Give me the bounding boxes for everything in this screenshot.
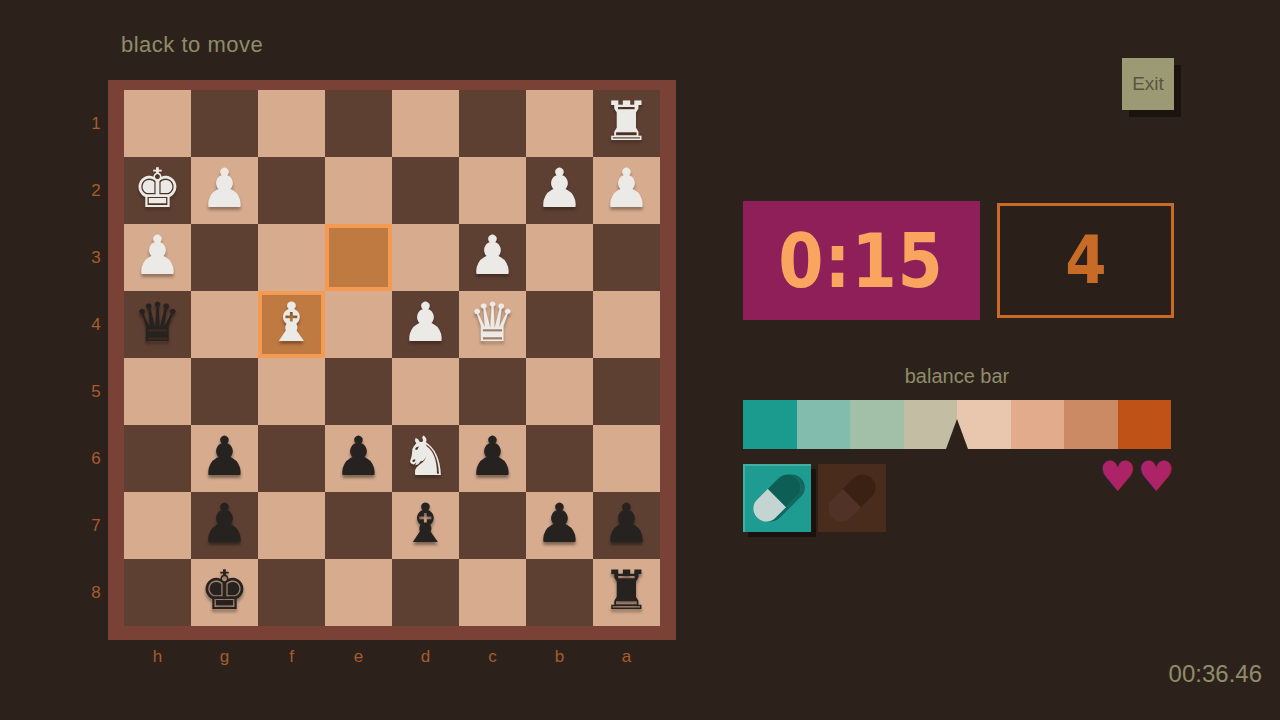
square-e2[interactable] [325, 157, 392, 224]
black-pawn-a7: ♟ [593, 492, 660, 559]
balance-segment-6 [1011, 400, 1065, 449]
square-d3[interactable] [392, 224, 459, 291]
lives-hearts: ♥♥ [1096, 452, 1176, 501]
square-a2[interactable]: ♟ [593, 157, 660, 224]
white-knight-d6: ♞ [392, 425, 459, 492]
move-timer-value: 0:15 [779, 218, 944, 304]
square-f4[interactable]: ♝ [258, 291, 325, 358]
balance-segment-8 [1118, 400, 1172, 449]
pill-powerup-inactive[interactable] [818, 464, 886, 532]
square-f3[interactable] [258, 224, 325, 291]
game-screen: black to move Exit ♜♚♟♟♟♟♟♛♝♟♛♟♟♞♟♟♝♟♟♚♜… [0, 0, 1280, 720]
square-a7[interactable]: ♟ [593, 492, 660, 559]
square-h4[interactable]: ♛ [124, 291, 191, 358]
pill-icon [823, 469, 881, 527]
square-d7[interactable]: ♝ [392, 492, 459, 559]
square-c8[interactable] [459, 559, 526, 626]
square-e7[interactable] [325, 492, 392, 559]
square-d6[interactable]: ♞ [392, 425, 459, 492]
file-label-c: c [459, 645, 526, 669]
file-label-a: a [593, 645, 660, 669]
white-pawn-c3: ♟ [459, 224, 526, 291]
square-c5[interactable] [459, 358, 526, 425]
square-h5[interactable] [124, 358, 191, 425]
white-pawn-a2: ♟ [593, 157, 660, 224]
square-a8[interactable]: ♜ [593, 559, 660, 626]
square-f6[interactable] [258, 425, 325, 492]
square-h6[interactable] [124, 425, 191, 492]
white-rook-a1: ♜ [593, 90, 660, 157]
square-c4[interactable]: ♛ [459, 291, 526, 358]
file-label-f: f [258, 645, 325, 669]
square-g5[interactable] [191, 358, 258, 425]
square-d4[interactable]: ♟ [392, 291, 459, 358]
file-label-d: d [392, 645, 459, 669]
square-h7[interactable] [124, 492, 191, 559]
rank-label-5: 5 [84, 358, 108, 425]
square-e1[interactable] [325, 90, 392, 157]
balance-segment-2 [797, 400, 851, 449]
file-label-h: h [124, 645, 191, 669]
square-g1[interactable] [191, 90, 258, 157]
square-h1[interactable] [124, 90, 191, 157]
black-pawn-c6: ♟ [459, 425, 526, 492]
balance-segment-1 [743, 400, 797, 449]
square-f1[interactable] [258, 90, 325, 157]
rank-label-1: 1 [84, 90, 108, 157]
file-label-b: b [526, 645, 593, 669]
square-f7[interactable] [258, 492, 325, 559]
square-a6[interactable] [593, 425, 660, 492]
square-e8[interactable] [325, 559, 392, 626]
square-b2[interactable]: ♟ [526, 157, 593, 224]
square-d8[interactable] [392, 559, 459, 626]
move-timer: 0:15 [743, 201, 980, 320]
balance-bar-label: balance bar [743, 365, 1171, 388]
square-d2[interactable] [392, 157, 459, 224]
black-pawn-b7: ♟ [526, 492, 593, 559]
square-g3[interactable] [191, 224, 258, 291]
square-c2[interactable] [459, 157, 526, 224]
square-f8[interactable] [258, 559, 325, 626]
black-pawn-g7: ♟ [191, 492, 258, 559]
square-b1[interactable] [526, 90, 593, 157]
square-d5[interactable] [392, 358, 459, 425]
white-bishop-f4: ♝ [258, 291, 325, 358]
counter-value: 4 [1065, 222, 1106, 299]
square-a4[interactable] [593, 291, 660, 358]
square-f5[interactable] [258, 358, 325, 425]
exit-button[interactable]: Exit [1122, 58, 1174, 110]
square-c3[interactable]: ♟ [459, 224, 526, 291]
balance-segment-7 [1064, 400, 1118, 449]
square-b5[interactable] [526, 358, 593, 425]
square-e5[interactable] [325, 358, 392, 425]
square-a1[interactable]: ♜ [593, 90, 660, 157]
white-pawn-d4: ♟ [392, 291, 459, 358]
square-a5[interactable] [593, 358, 660, 425]
square-a3[interactable] [593, 224, 660, 291]
square-e3[interactable] [325, 224, 392, 291]
rank-label-3: 3 [84, 224, 108, 291]
file-label-e: e [325, 645, 392, 669]
black-queen-h4: ♛ [124, 291, 191, 358]
balance-segment-3 [850, 400, 904, 449]
white-king-h2: ♚ [124, 157, 191, 224]
chess-board-frame: ♜♚♟♟♟♟♟♛♝♟♛♟♟♞♟♟♝♟♟♚♜ [108, 80, 676, 640]
chess-board: ♜♚♟♟♟♟♟♛♝♟♛♟♟♞♟♟♝♟♟♚♜ [124, 90, 660, 626]
rank-label-4: 4 [84, 291, 108, 358]
square-b8[interactable] [526, 559, 593, 626]
white-pawn-h3: ♟ [124, 224, 191, 291]
white-pawn-b2: ♟ [526, 157, 593, 224]
rank-label-2: 2 [84, 157, 108, 224]
black-pawn-g6: ♟ [191, 425, 258, 492]
rank-labels: 12345678 [84, 90, 108, 626]
square-h2[interactable]: ♚ [124, 157, 191, 224]
black-rook-a8: ♜ [593, 559, 660, 626]
turn-indicator: black to move [121, 32, 263, 58]
square-b3[interactable] [526, 224, 593, 291]
rank-label-7: 7 [84, 492, 108, 559]
square-g8[interactable]: ♚ [191, 559, 258, 626]
game-clock: 00:36.46 [1040, 660, 1262, 688]
square-h3[interactable]: ♟ [124, 224, 191, 291]
square-b7[interactable]: ♟ [526, 492, 593, 559]
balance-bar [743, 400, 1171, 449]
square-c1[interactable] [459, 90, 526, 157]
square-g7[interactable]: ♟ [191, 492, 258, 559]
square-c6[interactable]: ♟ [459, 425, 526, 492]
pill-powerup-active[interactable] [743, 464, 811, 532]
black-bishop-d7: ♝ [392, 492, 459, 559]
white-queen-c4: ♛ [459, 291, 526, 358]
square-h8[interactable] [124, 559, 191, 626]
rank-label-6: 6 [84, 425, 108, 492]
square-b6[interactable] [526, 425, 593, 492]
square-c7[interactable] [459, 492, 526, 559]
black-king-g8: ♚ [191, 559, 258, 626]
square-g4[interactable] [191, 291, 258, 358]
file-labels: hgfedcba [124, 645, 660, 669]
white-pawn-g2: ♟ [191, 157, 258, 224]
balance-marker-triangle [946, 419, 968, 449]
rank-label-8: 8 [84, 559, 108, 626]
square-g2[interactable]: ♟ [191, 157, 258, 224]
square-d1[interactable] [392, 90, 459, 157]
black-pawn-e6: ♟ [325, 425, 392, 492]
square-g6[interactable]: ♟ [191, 425, 258, 492]
square-b4[interactable] [526, 291, 593, 358]
square-e6[interactable]: ♟ [325, 425, 392, 492]
pill-icon [748, 469, 806, 527]
counter-box: 4 [997, 203, 1174, 318]
square-f2[interactable] [258, 157, 325, 224]
file-label-g: g [191, 645, 258, 669]
square-e4[interactable] [325, 291, 392, 358]
